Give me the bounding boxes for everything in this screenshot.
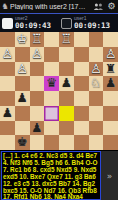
move-list[interactable]: [...] 1. c4 e6 2. Nc3 d5 3. d4 Be74. Nf3…: [1, 151, 101, 200]
title-bar: ♞ Playing with user2 [17… ⚙: [0, 0, 118, 13]
white-piece-p: ♙: [90, 62, 101, 77]
board-square[interactable]: ♔: [15, 32, 30, 47]
board-square[interactable]: [0, 121, 15, 136]
board-square[interactable]: ♜: [103, 62, 118, 77]
board-square[interactable]: [103, 91, 118, 106]
black-piece-k: ♚: [17, 135, 28, 150]
board-square[interactable]: [30, 62, 45, 77]
board-square[interactable]: [89, 47, 104, 62]
white-piece-r: ♖: [31, 32, 42, 47]
board-square[interactable]: ♟: [15, 91, 30, 106]
board-square[interactable]: [30, 76, 45, 91]
board-square[interactable]: [89, 121, 104, 136]
board-square[interactable]: [44, 47, 59, 62]
board-square[interactable]: [103, 106, 118, 121]
move-list-line: 17. Rfd1 Nb6 18. Na4 Nxa4: [3, 194, 99, 200]
board-square[interactable]: [74, 62, 89, 77]
board-square[interactable]: ♙: [89, 62, 104, 77]
board-square[interactable]: ♙: [0, 47, 15, 62]
white-player-time: 00:09:43: [15, 22, 51, 30]
black-piece-q: ♛: [46, 76, 57, 91]
board-square[interactable]: [103, 135, 118, 150]
settings-gear-icon[interactable]: ⚙: [105, 0, 118, 13]
board-square[interactable]: [74, 135, 89, 150]
board-square[interactable]: [0, 91, 15, 106]
board-square[interactable]: [74, 91, 89, 106]
white-piece-k: ♔: [17, 32, 28, 47]
board-square[interactable]: ♟: [30, 121, 45, 136]
board-square[interactable]: [59, 135, 74, 150]
black-player-time: 00:09:13: [74, 22, 110, 30]
board-square[interactable]: [0, 135, 15, 150]
board-square[interactable]: ♛: [44, 76, 59, 91]
board-square[interactable]: [89, 32, 104, 47]
board-square[interactable]: [59, 91, 74, 106]
board-square[interactable]: [74, 121, 89, 136]
board-square[interactable]: [103, 32, 118, 47]
board-square[interactable]: [74, 47, 89, 62]
board-square[interactable]: [15, 47, 30, 62]
board-square[interactable]: [0, 32, 15, 47]
board-square[interactable]: [44, 106, 59, 121]
black-piece-p: ♟: [2, 106, 13, 121]
players-icon[interactable]: [92, 3, 105, 11]
board-square[interactable]: [0, 76, 15, 91]
board-square[interactable]: [44, 121, 59, 136]
board-square[interactable]: [15, 76, 30, 91]
board-square[interactable]: [15, 106, 30, 121]
board-square[interactable]: [0, 62, 15, 77]
white-piece-r: ♖: [61, 32, 72, 47]
board-square[interactable]: [30, 135, 45, 150]
app-icon: ♞: [0, 0, 10, 13]
white-player-icon: [2, 18, 13, 29]
white-piece-p: ♙: [2, 47, 13, 62]
white-piece-p: ♙: [17, 62, 28, 77]
board-square[interactable]: [59, 121, 74, 136]
board-square[interactable]: ♚: [15, 135, 30, 150]
board-square[interactable]: [44, 62, 59, 77]
expand-moves-button[interactable]: »: [107, 171, 113, 181]
board-square[interactable]: ♙: [103, 47, 118, 62]
black-player-clock: user1 00:09:13: [59, 14, 118, 32]
black-piece-r: ♜: [105, 62, 116, 77]
board-square[interactable]: [89, 91, 104, 106]
board-square[interactable]: [74, 106, 89, 121]
move-list-expand-strip: »: [101, 151, 118, 200]
board-square[interactable]: [59, 106, 74, 121]
white-piece-n: ♘: [90, 76, 101, 91]
black-piece-p: ♟: [105, 76, 116, 91]
black-piece-p: ♟: [31, 121, 42, 136]
page-title: Playing with user2 [17…: [10, 3, 92, 10]
board-square[interactable]: [103, 121, 118, 136]
black-piece-p: ♟: [17, 91, 28, 106]
board-square[interactable]: ♟: [0, 106, 15, 121]
chess-board[interactable]: ♔♖♖♙♙♙♙♙♜♛♟♘♟♟♟♟♚: [0, 32, 118, 150]
board-square[interactable]: [30, 106, 45, 121]
board-square[interactable]: ♖: [59, 32, 74, 47]
board-square[interactable]: [30, 91, 45, 106]
board-square[interactable]: [89, 135, 104, 150]
board-square[interactable]: [74, 76, 89, 91]
board-square[interactable]: ♘: [89, 76, 104, 91]
white-player-clock: user2 00:09:43: [0, 14, 59, 32]
board-square[interactable]: [59, 47, 74, 62]
white-piece-p: ♙: [105, 47, 116, 62]
board-square[interactable]: ♙: [30, 47, 45, 62]
board-square[interactable]: [44, 32, 59, 47]
board-square[interactable]: [74, 32, 89, 47]
board-square[interactable]: ♟: [59, 76, 74, 91]
board-square[interactable]: [44, 135, 59, 150]
clock-bar: user2 00:09:43 user1 00:09:13: [0, 14, 118, 32]
board-square[interactable]: [59, 62, 74, 77]
app-window: ♞ Playing with user2 [17… ⚙ user2 00:09:…: [0, 0, 118, 200]
black-piece-p: ♟: [61, 76, 72, 91]
white-piece-p: ♙: [31, 47, 42, 62]
board-square[interactable]: [15, 121, 30, 136]
black-player-icon: [61, 18, 72, 29]
board-square[interactable]: [44, 91, 59, 106]
board-square[interactable]: ♟: [103, 76, 118, 91]
board-square[interactable]: [89, 106, 104, 121]
board-square[interactable]: ♖: [30, 32, 45, 47]
bottom-panel: [...] 1. c4 e6 2. Nc3 d5 3. d4 Be74. Nf3…: [0, 151, 118, 200]
board-square[interactable]: ♙: [15, 62, 30, 77]
